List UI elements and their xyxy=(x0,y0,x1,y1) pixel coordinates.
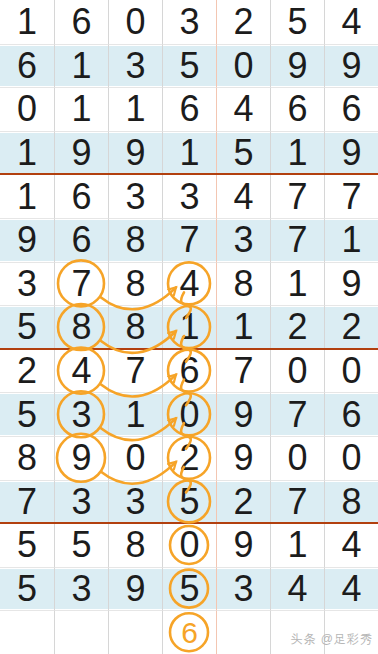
grid-cell-r4c6: 1 xyxy=(270,131,324,175)
grid-cell-r5c1: 1 xyxy=(0,174,54,218)
grid-cell-r3c6: 6 xyxy=(270,87,324,131)
grid-cell-r1c5: 2 xyxy=(216,0,270,44)
grid-cell-r9c5: 7 xyxy=(216,349,270,393)
grid-cell-r8c4: 1 xyxy=(162,305,216,349)
grid-cell-r9c7: 0 xyxy=(324,349,378,393)
section-divider-line xyxy=(0,173,378,175)
grid-cell-r7c2: 7 xyxy=(54,262,108,306)
grid-cell-r10c5: 9 xyxy=(216,392,270,436)
grid-cell-r2c3: 3 xyxy=(108,44,162,88)
trend-chart: 1603254613509901164661991519163347796873… xyxy=(0,0,378,654)
grid-cell-r1c6: 5 xyxy=(270,0,324,44)
grid-cell-r1c3: 0 xyxy=(108,0,162,44)
grid-cell-r9c6: 0 xyxy=(270,349,324,393)
grid-cell-r3c3: 1 xyxy=(108,87,162,131)
grid-cell-r12c2: 3 xyxy=(54,480,108,524)
grid-cell-r13c5: 9 xyxy=(216,523,270,567)
grid-cell-r11c7: 0 xyxy=(324,436,378,480)
grid-cell-r12c1: 7 xyxy=(0,480,54,524)
grid-cell-r6c1: 9 xyxy=(0,218,54,262)
grid-cell-r4c7: 9 xyxy=(324,131,378,175)
grid-cell-r11c6: 0 xyxy=(270,436,324,480)
grid-cell-r3c1: 0 xyxy=(0,87,54,131)
grid-cell-r2c2: 1 xyxy=(54,44,108,88)
grid-cell-r12c7: 8 xyxy=(324,480,378,524)
grid-cell-r9c1: 2 xyxy=(0,349,54,393)
grid-cell-r4c1: 1 xyxy=(0,131,54,175)
grid-cell-r15c2 xyxy=(54,610,108,654)
grid-cell-r14c1: 5 xyxy=(0,567,54,611)
grid-cell-r3c5: 4 xyxy=(216,87,270,131)
grid-cell-r3c4: 6 xyxy=(162,87,216,131)
grid-cell-r14c7: 4 xyxy=(324,567,378,611)
grid-cell-r3c2: 1 xyxy=(54,87,108,131)
grid-cell-r14c5: 3 xyxy=(216,567,270,611)
grid-cell-r6c7: 1 xyxy=(324,218,378,262)
grid-cell-r11c4: 2 xyxy=(162,436,216,480)
grid-cell-r9c2: 4 xyxy=(54,349,108,393)
grid-cell-r8c2: 8 xyxy=(54,305,108,349)
grid-cell-r8c5: 1 xyxy=(216,305,270,349)
grid-cell-r5c2: 6 xyxy=(54,174,108,218)
grid-cell-r11c2: 9 xyxy=(54,436,108,480)
grid-cell-r14c2: 3 xyxy=(54,567,108,611)
grid-cell-r2c6: 9 xyxy=(270,44,324,88)
grid-cell-r15c3 xyxy=(108,610,162,654)
grid-cell-r4c4: 1 xyxy=(162,131,216,175)
grid-cell-r6c4: 7 xyxy=(162,218,216,262)
grid-cell-r7c4: 4 xyxy=(162,262,216,306)
grid-cell-r6c5: 3 xyxy=(216,218,270,262)
grid-cell-r13c3: 8 xyxy=(108,523,162,567)
grid-cell-r4c3: 9 xyxy=(108,131,162,175)
grid-cell-r7c5: 8 xyxy=(216,262,270,306)
grid-cell-r12c3: 3 xyxy=(108,480,162,524)
grid-cell-r2c4: 5 xyxy=(162,44,216,88)
grid-cell-r9c4: 6 xyxy=(162,349,216,393)
grid-cell-r11c3: 0 xyxy=(108,436,162,480)
grid-cell-r13c7: 4 xyxy=(324,523,378,567)
grid-cell-r11c1: 8 xyxy=(0,436,54,480)
grid-cell-r1c4: 3 xyxy=(162,0,216,44)
grid-cell-r5c5: 4 xyxy=(216,174,270,218)
grid-cell-r6c6: 7 xyxy=(270,218,324,262)
grid-cell-r10c7: 6 xyxy=(324,392,378,436)
grid-cell-r12c6: 7 xyxy=(270,480,324,524)
grid-cell-r10c6: 7 xyxy=(270,392,324,436)
grid-cell-r11c5: 9 xyxy=(216,436,270,480)
grid-cell-r9c3: 7 xyxy=(108,349,162,393)
grid-cell-r6c3: 8 xyxy=(108,218,162,262)
grid-cell-r7c3: 8 xyxy=(108,262,162,306)
grid-cell-r5c7: 7 xyxy=(324,174,378,218)
grid-cell-r10c4: 0 xyxy=(162,392,216,436)
section-divider-line xyxy=(0,522,378,524)
grid-cell-r1c1: 1 xyxy=(0,0,54,44)
grid-cell-r14c3: 9 xyxy=(108,567,162,611)
grid-cell-r15c5 xyxy=(216,610,270,654)
grid-cell-r6c2: 6 xyxy=(54,218,108,262)
grid-cell-r10c3: 1 xyxy=(108,392,162,436)
grid-cell-r4c2: 9 xyxy=(54,131,108,175)
watermark: 头条 @足彩秀 xyxy=(290,631,373,648)
grid-cell-r1c2: 6 xyxy=(54,0,108,44)
grid-cell-r14c4: 5 xyxy=(162,567,216,611)
grid-cell-r15c4: 6 xyxy=(162,610,216,654)
trend-chart-board: 1603254613509901164661991519163347796873… xyxy=(0,0,378,654)
grid-cell-r13c4: 0 xyxy=(162,523,216,567)
grid-cell-r7c1: 3 xyxy=(0,262,54,306)
grid-cell-r3c7: 6 xyxy=(324,87,378,131)
grid-cell-r13c1: 5 xyxy=(0,523,54,567)
grid-cell-r5c3: 3 xyxy=(108,174,162,218)
grid-cell-r13c2: 5 xyxy=(54,523,108,567)
grid-cell-r2c7: 9 xyxy=(324,44,378,88)
section-divider-line xyxy=(0,348,378,350)
grid-cell-r13c6: 1 xyxy=(270,523,324,567)
grid-cell-r7c6: 1 xyxy=(270,262,324,306)
grid-cell-r5c6: 7 xyxy=(270,174,324,218)
grid-cell-r12c4: 5 xyxy=(162,480,216,524)
grid-cell-r10c2: 3 xyxy=(54,392,108,436)
grid-cell-r8c1: 5 xyxy=(0,305,54,349)
grid-cell-r1c7: 4 xyxy=(324,0,378,44)
grid-cell-r12c5: 2 xyxy=(216,480,270,524)
grid-cell-r8c3: 8 xyxy=(108,305,162,349)
grid-cell-r14c6: 4 xyxy=(270,567,324,611)
grid-cell-r4c5: 5 xyxy=(216,131,270,175)
grid-cell-r15c1 xyxy=(0,610,54,654)
grid-cell-r8c7: 2 xyxy=(324,305,378,349)
grid-cell-r2c1: 6 xyxy=(0,44,54,88)
grid-cell-r10c1: 5 xyxy=(0,392,54,436)
grid-cell-r8c6: 2 xyxy=(270,305,324,349)
grid-cell-r5c4: 3 xyxy=(162,174,216,218)
grid-cell-r7c7: 9 xyxy=(324,262,378,306)
grid-cell-r2c5: 0 xyxy=(216,44,270,88)
